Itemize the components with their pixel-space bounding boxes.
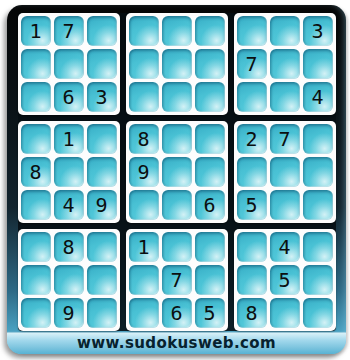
sudoku-cell[interactable]: 8 (54, 232, 84, 262)
sudoku-cell[interactable] (87, 49, 117, 79)
sudoku-cell[interactable]: 7 (270, 124, 300, 154)
sudoku-box: 1763 (18, 13, 120, 115)
sudoku-cell[interactable] (129, 298, 159, 328)
sudoku-cell[interactable] (237, 82, 267, 112)
sudoku-cell[interactable]: 1 (54, 124, 84, 154)
footer-bar: www.sudokusweb.com (7, 333, 346, 354)
sudoku-cell[interactable]: 8 (129, 124, 159, 154)
sudoku-cell[interactable] (162, 124, 192, 154)
sudoku-cell[interactable]: 4 (270, 232, 300, 262)
sudoku-cell[interactable] (54, 157, 84, 187)
sudoku-cell[interactable] (237, 157, 267, 187)
sudoku-cell[interactable] (162, 16, 192, 46)
sudoku-box: 1849 (18, 121, 120, 223)
sudoku-cell[interactable] (87, 265, 117, 295)
sudoku-cell[interactable] (54, 265, 84, 295)
sudoku-cell[interactable]: 7 (237, 49, 267, 79)
sudoku-cell[interactable] (87, 157, 117, 187)
sudoku-cell[interactable] (195, 16, 225, 46)
sudoku-cell[interactable]: 5 (237, 190, 267, 220)
sudoku-cell[interactable] (162, 157, 192, 187)
sudoku-cell[interactable]: 3 (87, 82, 117, 112)
sudoku-cell[interactable] (87, 298, 117, 328)
sudoku-cell[interactable] (87, 124, 117, 154)
sudoku-cell[interactable] (21, 124, 51, 154)
sudoku-cell[interactable] (87, 232, 117, 262)
sudoku-cell[interactable] (162, 49, 192, 79)
sudoku-cell[interactable] (195, 265, 225, 295)
sudoku-cell[interactable]: 2 (237, 124, 267, 154)
sudoku-cell[interactable] (303, 190, 333, 220)
sudoku-cell[interactable] (195, 82, 225, 112)
sudoku-cell[interactable]: 9 (87, 190, 117, 220)
sudoku-cell[interactable] (303, 157, 333, 187)
sudoku-cell[interactable]: 7 (54, 16, 84, 46)
sudoku-cell[interactable]: 4 (54, 190, 84, 220)
sudoku-box: 1765 (126, 229, 228, 331)
sudoku-cell[interactable] (129, 190, 159, 220)
sudoku-cell[interactable] (129, 82, 159, 112)
sudoku-cell[interactable]: 9 (129, 157, 159, 187)
board-frame: 17633741849896275891765458 www.sudokuswe… (7, 5, 346, 354)
sudoku-box: 896 (126, 121, 228, 223)
sudoku-cell[interactable] (270, 16, 300, 46)
sudoku-cell[interactable] (21, 49, 51, 79)
sudoku-cell[interactable]: 4 (303, 82, 333, 112)
sudoku-cell[interactable]: 3 (303, 16, 333, 46)
sudoku-cell[interactable] (54, 49, 84, 79)
sudoku-cell[interactable] (237, 265, 267, 295)
sudoku-cell[interactable] (303, 298, 333, 328)
sudoku-box: 374 (234, 13, 336, 115)
sudoku-cell[interactable] (129, 16, 159, 46)
sudoku-cell[interactable]: 7 (162, 265, 192, 295)
sudoku-cell[interactable] (129, 49, 159, 79)
sudoku-cell[interactable] (162, 190, 192, 220)
sudoku-cell[interactable]: 5 (195, 298, 225, 328)
sudoku-box (126, 13, 228, 115)
sudoku-cell[interactable] (303, 124, 333, 154)
sudoku-cell[interactable] (237, 232, 267, 262)
sudoku-cell[interactable]: 8 (237, 298, 267, 328)
sudoku-cell[interactable] (195, 124, 225, 154)
sudoku-cell[interactable] (237, 16, 267, 46)
sudoku-cell[interactable]: 8 (21, 157, 51, 187)
sudoku-cell[interactable] (270, 82, 300, 112)
sudoku-board: 17633741849896275891765458 (18, 13, 336, 331)
sudoku-cell[interactable]: 1 (129, 232, 159, 262)
site-url[interactable]: www.sudokusweb.com (77, 336, 276, 351)
sudoku-cell[interactable] (303, 232, 333, 262)
sudoku-box: 275 (234, 121, 336, 223)
sudoku-cell[interactable] (270, 49, 300, 79)
sudoku-cell[interactable] (303, 49, 333, 79)
sudoku-cell[interactable] (270, 157, 300, 187)
sudoku-cell[interactable] (21, 190, 51, 220)
sudoku-box: 458 (234, 229, 336, 331)
sudoku-cell[interactable] (270, 298, 300, 328)
sudoku-cell[interactable] (195, 232, 225, 262)
sudoku-cell[interactable] (87, 16, 117, 46)
sudoku-cell[interactable]: 9 (54, 298, 84, 328)
sudoku-cell[interactable]: 6 (195, 190, 225, 220)
sudoku-cell[interactable]: 1 (21, 16, 51, 46)
sudoku-box: 89 (18, 229, 120, 331)
sudoku-cell[interactable] (195, 49, 225, 79)
sudoku-cell[interactable] (303, 265, 333, 295)
sudoku-cell[interactable] (129, 265, 159, 295)
sudoku-cell[interactable] (21, 232, 51, 262)
sudoku-cell[interactable]: 6 (162, 298, 192, 328)
sudoku-cell[interactable] (21, 298, 51, 328)
sudoku-cell[interactable] (162, 82, 192, 112)
sudoku-cell[interactable]: 6 (54, 82, 84, 112)
sudoku-cell[interactable] (21, 265, 51, 295)
sudoku-cell[interactable] (195, 157, 225, 187)
sudoku-cell[interactable] (270, 190, 300, 220)
sudoku-cell[interactable] (21, 82, 51, 112)
sudoku-cell[interactable]: 5 (270, 265, 300, 295)
sudoku-cell[interactable] (162, 232, 192, 262)
